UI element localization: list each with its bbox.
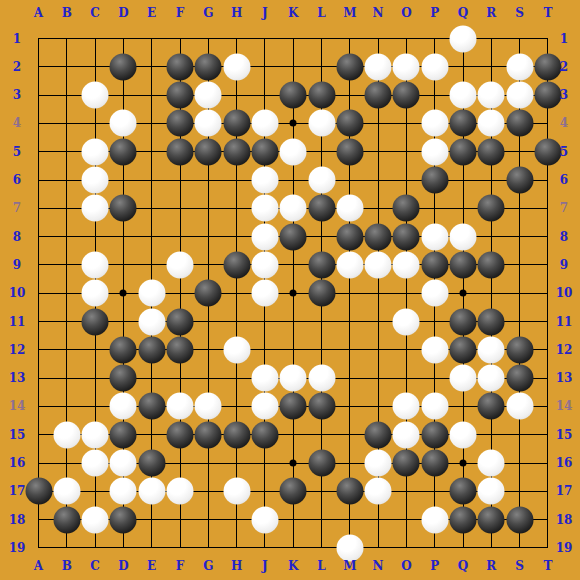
row-label-left-18: 18	[9, 514, 26, 526]
stone-white-Q15[interactable]	[450, 421, 477, 448]
row-label-left-3: 3	[13, 89, 21, 101]
stone-white-C6[interactable]	[82, 167, 109, 194]
stone-black-G2[interactable]	[195, 53, 222, 80]
stone-black-L7[interactable]	[308, 195, 335, 222]
stone-white-R13[interactable]	[478, 365, 505, 392]
row-label-right-6: 6	[560, 174, 568, 186]
stone-black-Q4[interactable]	[450, 110, 477, 137]
stone-white-M9[interactable]	[336, 251, 363, 278]
stone-black-A17[interactable]	[25, 478, 52, 505]
stone-white-Q13[interactable]	[450, 365, 477, 392]
stone-white-O11[interactable]	[393, 308, 420, 335]
stone-white-B15[interactable]	[53, 421, 80, 448]
row-label-left-5: 5	[13, 146, 21, 158]
row-label-left-15: 15	[9, 429, 26, 441]
row-label-left-7: 7	[13, 202, 21, 214]
grid-line	[38, 547, 548, 548]
stone-black-F11[interactable]	[167, 308, 194, 335]
stone-white-L13[interactable]	[308, 365, 335, 392]
col-label-top-L: L	[317, 7, 325, 19]
stone-black-O8[interactable]	[393, 223, 420, 250]
stone-white-N2[interactable]	[365, 53, 392, 80]
stone-black-D7[interactable]	[110, 195, 137, 222]
col-label-top-R: R	[486, 7, 496, 19]
stone-black-D18[interactable]	[110, 506, 137, 533]
stone-black-L14[interactable]	[308, 393, 335, 420]
stone-white-P5[interactable]	[421, 138, 448, 165]
col-label-top-F: F	[176, 7, 185, 19]
stone-black-F3[interactable]	[167, 82, 194, 109]
stone-white-R4[interactable]	[478, 110, 505, 137]
row-label-left-10: 10	[9, 287, 26, 299]
stone-black-K8[interactable]	[280, 223, 307, 250]
stone-white-N16[interactable]	[365, 450, 392, 477]
stone-black-H4[interactable]	[223, 110, 250, 137]
stone-white-O15[interactable]	[393, 421, 420, 448]
col-label-bottom-P: P	[430, 560, 439, 572]
stone-white-C10[interactable]	[82, 280, 109, 307]
stone-white-D17[interactable]	[110, 478, 137, 505]
grid-line	[547, 38, 548, 548]
star-point	[460, 290, 467, 297]
stone-black-D12[interactable]	[110, 336, 137, 363]
col-label-bottom-D: D	[118, 560, 128, 572]
stone-black-D5[interactable]	[110, 138, 137, 165]
stone-white-K5[interactable]	[280, 138, 307, 165]
col-label-top-S: S	[515, 7, 524, 19]
row-label-right-4: 4	[560, 117, 568, 129]
stone-black-G10[interactable]	[195, 280, 222, 307]
col-label-top-M: M	[343, 7, 356, 19]
stone-white-K7[interactable]	[280, 195, 307, 222]
stone-white-C5[interactable]	[82, 138, 109, 165]
row-label-right-3: 3	[560, 89, 568, 101]
row-label-left-1: 1	[13, 33, 21, 45]
stone-black-C11[interactable]	[82, 308, 109, 335]
col-label-top-P: P	[430, 7, 439, 19]
row-label-right-15: 15	[556, 429, 573, 441]
stone-white-R16[interactable]	[478, 450, 505, 477]
stone-black-S6[interactable]	[506, 167, 533, 194]
stone-black-R7[interactable]	[478, 195, 505, 222]
stone-white-P8[interactable]	[421, 223, 448, 250]
row-label-right-16: 16	[556, 457, 573, 469]
col-label-top-G: G	[203, 7, 213, 19]
stone-white-Q1[interactable]	[450, 25, 477, 52]
row-label-right-1: 1	[560, 33, 568, 45]
stone-white-S14[interactable]	[506, 393, 533, 420]
row-label-left-6: 6	[13, 174, 21, 186]
star-point	[290, 120, 297, 127]
col-label-top-D: D	[118, 7, 128, 19]
stone-white-F17[interactable]	[167, 478, 194, 505]
col-label-bottom-T: T	[543, 560, 552, 572]
col-label-bottom-A: A	[34, 560, 43, 572]
stone-black-P16[interactable]	[421, 450, 448, 477]
stone-white-O9[interactable]	[393, 251, 420, 278]
stone-white-P10[interactable]	[421, 280, 448, 307]
col-label-bottom-O: O	[401, 560, 411, 572]
row-label-left-17: 17	[9, 485, 26, 497]
stone-black-G5[interactable]	[195, 138, 222, 165]
stone-black-N8[interactable]	[365, 223, 392, 250]
stone-white-R17[interactable]	[478, 478, 505, 505]
col-label-bottom-R: R	[486, 560, 496, 572]
stone-black-F15[interactable]	[167, 421, 194, 448]
col-label-top-N: N	[373, 7, 384, 19]
stone-white-J4[interactable]	[251, 110, 278, 137]
stone-black-N15[interactable]	[365, 421, 392, 448]
stone-black-E12[interactable]	[138, 336, 165, 363]
col-label-top-C: C	[90, 7, 100, 19]
row-label-left-14: 14	[9, 400, 26, 412]
stone-black-R9[interactable]	[478, 251, 505, 278]
stone-white-E11[interactable]	[138, 308, 165, 335]
stone-white-H2[interactable]	[223, 53, 250, 80]
stone-black-D2[interactable]	[110, 53, 137, 80]
stone-black-E14[interactable]	[138, 393, 165, 420]
stone-black-R14[interactable]	[478, 393, 505, 420]
stone-black-F4[interactable]	[167, 110, 194, 137]
row-label-right-12: 12	[556, 344, 573, 356]
stone-black-S18[interactable]	[506, 506, 533, 533]
stone-black-H9[interactable]	[223, 251, 250, 278]
stone-black-S4[interactable]	[506, 110, 533, 137]
stone-white-R12[interactable]	[478, 336, 505, 363]
col-label-bottom-K: K	[288, 560, 298, 572]
stone-white-G3[interactable]	[195, 82, 222, 109]
stone-white-D14[interactable]	[110, 393, 137, 420]
stone-white-S3[interactable]	[506, 82, 533, 109]
row-label-right-10: 10	[556, 287, 573, 299]
stone-white-R3[interactable]	[478, 82, 505, 109]
stone-black-P9[interactable]	[421, 251, 448, 278]
stone-black-F12[interactable]	[167, 336, 194, 363]
stone-black-T3[interactable]	[534, 82, 561, 109]
stone-black-B18[interactable]	[53, 506, 80, 533]
stone-white-N9[interactable]	[365, 251, 392, 278]
stone-black-Q12[interactable]	[450, 336, 477, 363]
stone-white-C16[interactable]	[82, 450, 109, 477]
col-label-bottom-E: E	[147, 560, 156, 572]
stone-white-E10[interactable]	[138, 280, 165, 307]
star-point	[460, 460, 467, 467]
stone-white-C15[interactable]	[82, 421, 109, 448]
stone-black-Q9[interactable]	[450, 251, 477, 278]
stone-white-C3[interactable]	[82, 82, 109, 109]
stone-white-C7[interactable]	[82, 195, 109, 222]
row-label-left-13: 13	[9, 372, 26, 384]
stone-white-B17[interactable]	[53, 478, 80, 505]
col-label-bottom-C: C	[90, 560, 100, 572]
stone-black-M17[interactable]	[336, 478, 363, 505]
row-label-right-9: 9	[560, 259, 568, 271]
stone-black-F5[interactable]	[167, 138, 194, 165]
row-label-left-19: 19	[9, 542, 26, 554]
stone-black-Q18[interactable]	[450, 506, 477, 533]
stone-black-S12[interactable]	[506, 336, 533, 363]
row-label-left-4: 4	[13, 117, 21, 129]
stone-white-J8[interactable]	[251, 223, 278, 250]
stone-white-C18[interactable]	[82, 506, 109, 533]
col-label-top-T: T	[543, 7, 552, 19]
stone-black-Q17[interactable]	[450, 478, 477, 505]
row-label-left-11: 11	[9, 316, 26, 328]
stone-black-S13[interactable]	[506, 365, 533, 392]
row-label-right-13: 13	[556, 372, 573, 384]
stone-black-K14[interactable]	[280, 393, 307, 420]
col-label-bottom-L: L	[317, 560, 325, 572]
row-label-right-11: 11	[556, 316, 573, 328]
stone-black-K3[interactable]	[280, 82, 307, 109]
stone-white-P14[interactable]	[421, 393, 448, 420]
stone-white-L4[interactable]	[308, 110, 335, 137]
stone-white-J7[interactable]	[251, 195, 278, 222]
go-board-screen: AABBCCDDEEFFGGHHJJKKLLMMNNOOPPQQRRSSTT11…	[0, 0, 580, 580]
row-label-right-2: 2	[560, 61, 568, 73]
stone-black-T5[interactable]	[534, 138, 561, 165]
stone-black-T2[interactable]	[534, 53, 561, 80]
col-label-bottom-N: N	[373, 560, 384, 572]
stone-black-J15[interactable]	[251, 421, 278, 448]
stone-black-M5[interactable]	[336, 138, 363, 165]
stone-white-L6[interactable]	[308, 167, 335, 194]
stone-white-F14[interactable]	[167, 393, 194, 420]
stone-white-N17[interactable]	[365, 478, 392, 505]
row-label-right-18: 18	[556, 514, 573, 526]
stone-black-D13[interactable]	[110, 365, 137, 392]
stone-black-O3[interactable]	[393, 82, 420, 109]
col-label-bottom-M: M	[343, 560, 356, 572]
stone-black-Q5[interactable]	[450, 138, 477, 165]
stone-white-J6[interactable]	[251, 167, 278, 194]
stone-black-F2[interactable]	[167, 53, 194, 80]
stone-white-H17[interactable]	[223, 478, 250, 505]
stone-black-L9[interactable]	[308, 251, 335, 278]
stone-black-M4[interactable]	[336, 110, 363, 137]
stone-black-L3[interactable]	[308, 82, 335, 109]
star-point	[120, 290, 127, 297]
stone-black-N3[interactable]	[365, 82, 392, 109]
stone-white-G4[interactable]	[195, 110, 222, 137]
stone-white-P4[interactable]	[421, 110, 448, 137]
stone-black-J5[interactable]	[251, 138, 278, 165]
stone-black-O7[interactable]	[393, 195, 420, 222]
stone-black-P6[interactable]	[421, 167, 448, 194]
col-label-bottom-H: H	[231, 560, 242, 572]
col-label-bottom-J: J	[262, 560, 268, 572]
stone-black-D15[interactable]	[110, 421, 137, 448]
row-label-left-12: 12	[9, 344, 26, 356]
row-label-right-5: 5	[560, 146, 568, 158]
row-label-left-9: 9	[13, 259, 21, 271]
stone-black-K17[interactable]	[280, 478, 307, 505]
col-label-top-K: K	[288, 7, 298, 19]
stone-white-D16[interactable]	[110, 450, 137, 477]
stone-white-J18[interactable]	[251, 506, 278, 533]
stone-white-H12[interactable]	[223, 336, 250, 363]
stone-white-J13[interactable]	[251, 365, 278, 392]
col-label-bottom-F: F	[176, 560, 185, 572]
stone-black-O16[interactable]	[393, 450, 420, 477]
stone-black-H5[interactable]	[223, 138, 250, 165]
stone-black-R18[interactable]	[478, 506, 505, 533]
stone-white-F9[interactable]	[167, 251, 194, 278]
row-label-right-8: 8	[560, 231, 568, 243]
stone-white-K13[interactable]	[280, 365, 307, 392]
stone-white-M7[interactable]	[336, 195, 363, 222]
row-label-left-8: 8	[13, 231, 21, 243]
stone-white-Q8[interactable]	[450, 223, 477, 250]
stone-white-P2[interactable]	[421, 53, 448, 80]
stone-white-O2[interactable]	[393, 53, 420, 80]
stone-white-Q3[interactable]	[450, 82, 477, 109]
col-label-top-E: E	[147, 7, 156, 19]
stone-black-M8[interactable]	[336, 223, 363, 250]
row-label-right-19: 19	[556, 542, 573, 554]
stone-white-J14[interactable]	[251, 393, 278, 420]
stone-white-C9[interactable]	[82, 251, 109, 278]
col-label-bottom-G: G	[203, 560, 213, 572]
col-label-top-J: J	[262, 7, 268, 19]
stone-black-H15[interactable]	[223, 421, 250, 448]
row-label-left-2: 2	[13, 61, 21, 73]
stone-black-E16[interactable]	[138, 450, 165, 477]
col-label-top-B: B	[62, 7, 72, 19]
stone-black-L16[interactable]	[308, 450, 335, 477]
stone-black-G15[interactable]	[195, 421, 222, 448]
stone-white-M19[interactable]	[336, 534, 363, 561]
stone-black-M2[interactable]	[336, 53, 363, 80]
stone-white-G14[interactable]	[195, 393, 222, 420]
col-label-bottom-B: B	[62, 560, 72, 572]
stone-black-Q11[interactable]	[450, 308, 477, 335]
row-label-right-14: 14	[556, 400, 573, 412]
stone-white-P12[interactable]	[421, 336, 448, 363]
stone-white-S2[interactable]	[506, 53, 533, 80]
col-label-top-Q: Q	[458, 7, 468, 19]
row-label-right-7: 7	[560, 202, 568, 214]
stone-black-L10[interactable]	[308, 280, 335, 307]
stone-white-P18[interactable]	[421, 506, 448, 533]
star-point	[290, 290, 297, 297]
col-label-bottom-Q: Q	[458, 560, 468, 572]
stone-black-P15[interactable]	[421, 421, 448, 448]
row-label-left-16: 16	[9, 457, 26, 469]
col-label-top-A: A	[34, 7, 43, 19]
stone-black-R5[interactable]	[478, 138, 505, 165]
star-point	[290, 460, 297, 467]
stone-white-J9[interactable]	[251, 251, 278, 278]
row-label-right-17: 17	[556, 485, 573, 497]
stone-white-D4[interactable]	[110, 110, 137, 137]
col-label-top-H: H	[231, 7, 242, 19]
stone-black-R11[interactable]	[478, 308, 505, 335]
stone-white-E17[interactable]	[138, 478, 165, 505]
stone-white-J10[interactable]	[251, 280, 278, 307]
stone-white-O14[interactable]	[393, 393, 420, 420]
col-label-bottom-S: S	[515, 560, 524, 572]
col-label-top-O: O	[401, 7, 411, 19]
